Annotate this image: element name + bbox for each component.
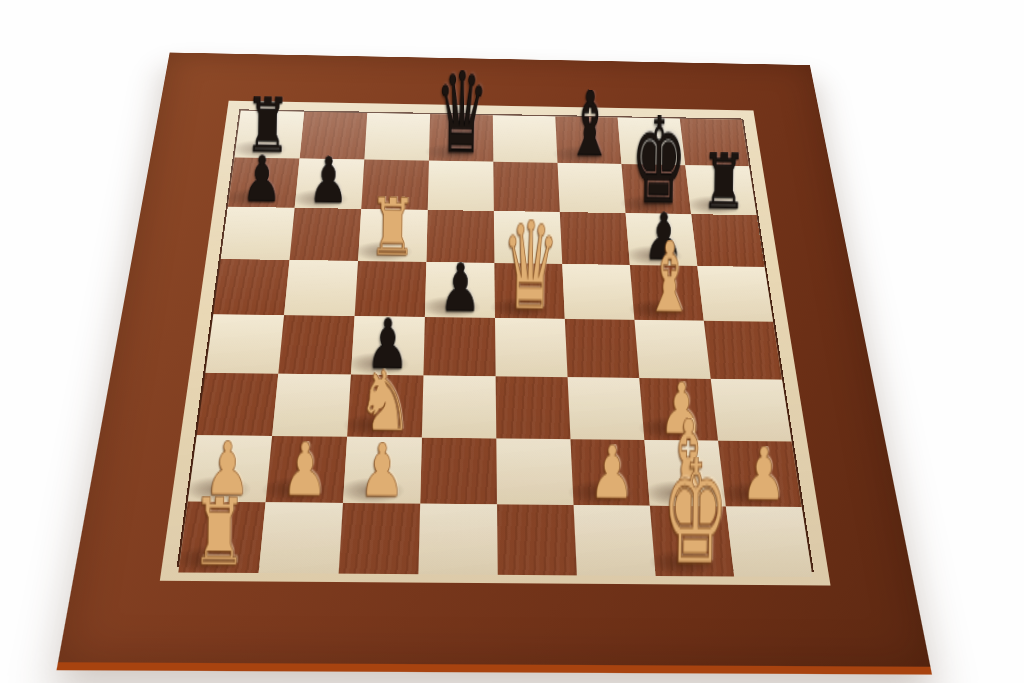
square-c2[interactable]: ♟: [343, 437, 422, 504]
square-f5[interactable]: [562, 264, 634, 320]
square-c1[interactable]: [339, 503, 421, 574]
square-d7[interactable]: [428, 161, 494, 211]
square-e2[interactable]: [496, 438, 573, 505]
black-queen-d8[interactable]: ♛: [435, 70, 489, 160]
square-a1[interactable]: ♜: [178, 502, 265, 573]
square-d8[interactable]: ♛: [429, 114, 493, 162]
black-rook-h7[interactable]: ♜: [701, 152, 747, 214]
square-e4[interactable]: [495, 318, 568, 377]
square-b4[interactable]: [278, 315, 354, 374]
square-h6[interactable]: [691, 214, 764, 267]
black-bishop-f8[interactable]: ♝: [566, 89, 613, 162]
square-d5[interactable]: ♟: [425, 262, 495, 318]
white-queen-e5[interactable]: ♛: [501, 219, 559, 317]
white-knight-c3[interactable]: ♞: [357, 368, 413, 435]
square-e5[interactable]: ♛: [494, 263, 564, 319]
square-h2[interactable]: ♟: [718, 441, 802, 507]
square-g5[interactable]: ♝: [630, 265, 704, 321]
square-g1[interactable]: ♚: [650, 506, 734, 577]
square-f7[interactable]: [558, 163, 626, 213]
square-d3[interactable]: [422, 375, 496, 438]
square-e8[interactable]: [493, 115, 558, 163]
square-h1[interactable]: [726, 506, 813, 577]
square-f1[interactable]: [574, 505, 656, 576]
square-a5[interactable]: [213, 259, 289, 315]
square-d1[interactable]: [418, 504, 497, 575]
square-h4[interactable]: [704, 321, 782, 380]
chessboard-scene: ♜♛♝♟♟♚♜♜♟♟♛♝♟♞♟♟♟♟♟♝♟♜♚: [125, 0, 865, 683]
square-b2[interactable]: ♟: [266, 436, 348, 503]
square-e1[interactable]: [497, 504, 577, 575]
square-c6[interactable]: ♜: [358, 209, 428, 262]
white-pawn-h2[interactable]: ♟: [741, 446, 786, 504]
square-a6[interactable]: [221, 207, 295, 260]
square-a7[interactable]: ♟: [228, 157, 300, 207]
square-b1[interactable]: [259, 502, 343, 573]
square-f6[interactable]: [560, 212, 630, 265]
white-bishop-g5[interactable]: ♝: [644, 240, 695, 319]
white-pawn-f2[interactable]: ♟: [589, 444, 635, 503]
black-pawn-b7[interactable]: ♟: [309, 155, 349, 206]
white-pawn-c2[interactable]: ♟: [359, 442, 405, 501]
board-grid: ♜♛♝♟♟♚♜♜♟♟♛♝♟♞♟♟♟♟♟♝♟♜♚: [179, 111, 811, 570]
white-rook-c6[interactable]: ♜: [369, 196, 417, 260]
square-h5[interactable]: [697, 266, 773, 322]
white-pawn-b2[interactable]: ♟: [282, 441, 328, 500]
square-d2[interactable]: [420, 438, 497, 505]
board-maple-border: ♜♛♝♟♟♚♜♜♟♟♛♝♟♞♟♟♟♟♟♝♟♜♚: [160, 101, 831, 586]
black-pawn-d5[interactable]: ♟: [439, 262, 481, 316]
square-b6[interactable]: [290, 208, 362, 261]
square-f8[interactable]: ♝: [555, 116, 621, 164]
square-c8[interactable]: [364, 113, 430, 161]
board-frame: ♜♛♝♟♟♚♜♜♟♟♛♝♟♞♟♟♟♟♟♝♟♜♚: [57, 53, 932, 675]
square-f4[interactable]: [565, 319, 639, 378]
square-b7[interactable]: ♟: [295, 159, 365, 209]
square-b5[interactable]: [284, 260, 358, 316]
chessboard: ♜♛♝♟♟♚♜♜♟♟♛♝♟♞♟♟♟♟♟♝♟♜♚: [57, 53, 932, 675]
square-f2[interactable]: ♟: [570, 439, 649, 506]
square-a4[interactable]: [205, 314, 284, 374]
white-rook-a1[interactable]: ♜: [191, 496, 247, 570]
white-king-g1[interactable]: ♚: [662, 457, 730, 574]
square-h7[interactable]: ♜: [685, 165, 756, 215]
square-d4[interactable]: [423, 317, 495, 376]
black-king-g7[interactable]: ♚: [630, 114, 687, 212]
square-e3[interactable]: [496, 376, 571, 439]
black-pawn-a7[interactable]: ♟: [242, 154, 282, 205]
